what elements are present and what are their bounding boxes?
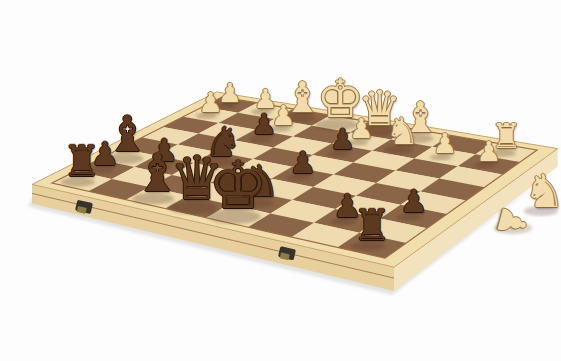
piece-black-R-h8[interactable]: ♜ xyxy=(353,204,392,247)
piece-white-N-offboard[interactable]: ♞ xyxy=(523,168,561,214)
piece-black-K-e8[interactable]: ♚ xyxy=(208,152,268,218)
piece-black-P-h6[interactable]: ♟ xyxy=(400,186,428,217)
piece-white-P-a2[interactable]: ♟ xyxy=(198,88,223,115)
piece-black-R-a8[interactable]: ♜ xyxy=(63,140,102,183)
piece-black-P-e3[interactable]: ♟ xyxy=(330,126,355,154)
piece-white-P-g2[interactable]: ♟ xyxy=(432,130,457,157)
piece-black-P-e5[interactable]: ♟ xyxy=(289,148,316,178)
piece-white-P-h2[interactable]: ♟ xyxy=(477,138,502,165)
piece-black-P-c3[interactable]: ♟ xyxy=(251,111,276,139)
piece-white-N-f2[interactable]: ♞ xyxy=(386,113,419,150)
chess-set-photo: ♟♟♟♝♚♟♛♝♟♟♞♜♟♟♝♞♟♟♟♟♜♝♞♛♚♟♟♜♞♟ xyxy=(0,0,561,361)
